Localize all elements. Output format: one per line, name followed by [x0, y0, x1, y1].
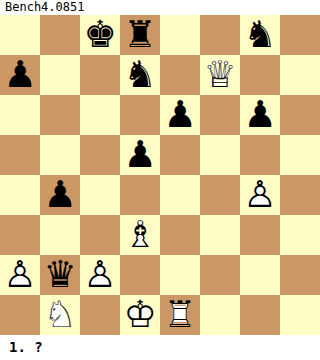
square-h4[interactable]	[280, 175, 320, 215]
white-pawn: ♙	[80, 255, 120, 295]
square-e5[interactable]	[160, 135, 200, 175]
square-f1[interactable]	[200, 295, 240, 335]
chess-app-window: Bench4.0851 ♚♜♞♟♞♛♕♟♟♟♟♟♙♝♗♟♙♛♟♙♞♘♚♔♜♖ 1…	[0, 0, 320, 360]
square-d2[interactable]	[120, 255, 160, 295]
white-queen: ♕	[200, 55, 240, 95]
white-pawn: ♙	[0, 255, 40, 295]
black-queen: ♛	[40, 255, 80, 295]
square-h1[interactable]	[280, 295, 320, 335]
square-e8[interactable]	[160, 15, 200, 55]
square-c3[interactable]	[80, 215, 120, 255]
square-e1[interactable]: ♜♖	[160, 295, 200, 335]
black-knight: ♞	[120, 55, 160, 95]
square-a5[interactable]	[0, 135, 40, 175]
square-c7[interactable]	[80, 55, 120, 95]
square-e4[interactable]	[160, 175, 200, 215]
square-g5[interactable]	[240, 135, 280, 175]
black-king: ♚	[80, 15, 120, 55]
square-c2[interactable]: ♟♙	[80, 255, 120, 295]
square-h3[interactable]	[280, 215, 320, 255]
square-g7[interactable]	[240, 55, 280, 95]
white-bishop: ♗	[120, 215, 160, 255]
square-f8[interactable]	[200, 15, 240, 55]
white-king: ♔	[120, 295, 160, 335]
square-g2[interactable]	[240, 255, 280, 295]
black-pawn: ♟	[160, 95, 200, 135]
square-e2[interactable]	[160, 255, 200, 295]
square-b8[interactable]	[40, 15, 80, 55]
square-c4[interactable]	[80, 175, 120, 215]
square-e6[interactable]: ♟	[160, 95, 200, 135]
square-g6[interactable]: ♟	[240, 95, 280, 135]
square-b5[interactable]	[40, 135, 80, 175]
white-rook: ♖	[160, 295, 200, 335]
square-g4[interactable]: ♟♙	[240, 175, 280, 215]
square-d4[interactable]	[120, 175, 160, 215]
square-b2[interactable]: ♛	[40, 255, 80, 295]
black-pawn: ♟	[120, 135, 160, 175]
square-b1[interactable]: ♞♘	[40, 295, 80, 335]
square-f4[interactable]	[200, 175, 240, 215]
square-b3[interactable]	[40, 215, 80, 255]
square-e3[interactable]	[160, 215, 200, 255]
black-rook: ♜	[120, 15, 160, 55]
square-h7[interactable]	[280, 55, 320, 95]
square-d6[interactable]	[120, 95, 160, 135]
square-d8[interactable]: ♜	[120, 15, 160, 55]
square-a1[interactable]	[0, 295, 40, 335]
black-knight: ♞	[240, 15, 280, 55]
square-h2[interactable]	[280, 255, 320, 295]
square-f6[interactable]	[200, 95, 240, 135]
square-h5[interactable]	[280, 135, 320, 175]
square-h6[interactable]	[280, 95, 320, 135]
square-f2[interactable]	[200, 255, 240, 295]
black-pawn: ♟	[0, 55, 40, 95]
square-g3[interactable]	[240, 215, 280, 255]
square-f7[interactable]: ♛♕	[200, 55, 240, 95]
square-d1[interactable]: ♚♔	[120, 295, 160, 335]
square-d3[interactable]: ♝♗	[120, 215, 160, 255]
square-a7[interactable]: ♟	[0, 55, 40, 95]
square-f5[interactable]	[200, 135, 240, 175]
square-g8[interactable]: ♞	[240, 15, 280, 55]
white-pawn: ♙	[240, 175, 280, 215]
square-a4[interactable]	[0, 175, 40, 215]
square-d7[interactable]: ♞	[120, 55, 160, 95]
square-g1[interactable]	[240, 295, 280, 335]
white-knight: ♘	[40, 295, 80, 335]
square-b6[interactable]	[40, 95, 80, 135]
square-d5[interactable]: ♟	[120, 135, 160, 175]
square-a2[interactable]: ♟♙	[0, 255, 40, 295]
move-prompt: 1. ?	[0, 335, 320, 360]
square-c1[interactable]	[80, 295, 120, 335]
square-e7[interactable]	[160, 55, 200, 95]
square-c5[interactable]	[80, 135, 120, 175]
black-pawn: ♟	[240, 95, 280, 135]
square-c8[interactable]: ♚	[80, 15, 120, 55]
chess-board: ♚♜♞♟♞♛♕♟♟♟♟♟♙♝♗♟♙♛♟♙♞♘♚♔♜♖	[0, 15, 320, 335]
square-f3[interactable]	[200, 215, 240, 255]
square-b7[interactable]	[40, 55, 80, 95]
square-c6[interactable]	[80, 95, 120, 135]
square-b4[interactable]: ♟	[40, 175, 80, 215]
square-h8[interactable]	[280, 15, 320, 55]
square-a3[interactable]	[0, 215, 40, 255]
square-a8[interactable]	[0, 15, 40, 55]
square-a6[interactable]	[0, 95, 40, 135]
black-pawn: ♟	[40, 175, 80, 215]
